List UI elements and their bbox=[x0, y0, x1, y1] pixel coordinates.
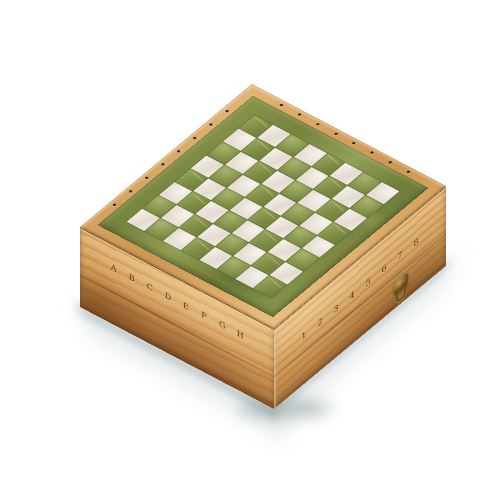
peg-hole bbox=[128, 190, 132, 193]
peg-hole bbox=[315, 123, 319, 126]
file-label: H bbox=[234, 327, 246, 343]
peg-hole bbox=[193, 136, 197, 139]
peg-hole bbox=[112, 203, 116, 206]
peg-hole bbox=[334, 132, 338, 135]
rank-label: 4 bbox=[346, 286, 358, 306]
rank-label: 3 bbox=[330, 299, 342, 319]
peg-hole bbox=[406, 170, 410, 173]
peg-hole bbox=[144, 176, 148, 179]
rank-label: 1 bbox=[298, 326, 310, 346]
file-label: D bbox=[162, 289, 174, 305]
product-photo: ABCDEFGH 12345678 bbox=[0, 0, 500, 500]
file-label: F bbox=[198, 308, 210, 324]
peg-hole bbox=[352, 142, 356, 145]
peg-hole bbox=[209, 123, 213, 126]
rank-label: 5 bbox=[362, 273, 374, 293]
peg-hole bbox=[177, 150, 181, 153]
peg-hole bbox=[279, 104, 283, 107]
peg-hole bbox=[370, 151, 374, 154]
rank-label: 7 bbox=[394, 246, 406, 266]
file-label: A bbox=[108, 261, 120, 277]
file-label: G bbox=[216, 318, 228, 334]
file-label: B bbox=[126, 270, 138, 286]
rank-label: 6 bbox=[378, 259, 390, 279]
peg-hole bbox=[225, 110, 229, 113]
peg-hole bbox=[297, 113, 301, 116]
file-label: C bbox=[144, 280, 156, 296]
ground-shadow-corner bbox=[238, 400, 332, 417]
peg-hole bbox=[388, 161, 392, 164]
peg-hole bbox=[160, 163, 164, 166]
rank-label: 8 bbox=[410, 233, 422, 253]
rank-label: 2 bbox=[314, 313, 326, 333]
file-label: E bbox=[180, 299, 192, 315]
